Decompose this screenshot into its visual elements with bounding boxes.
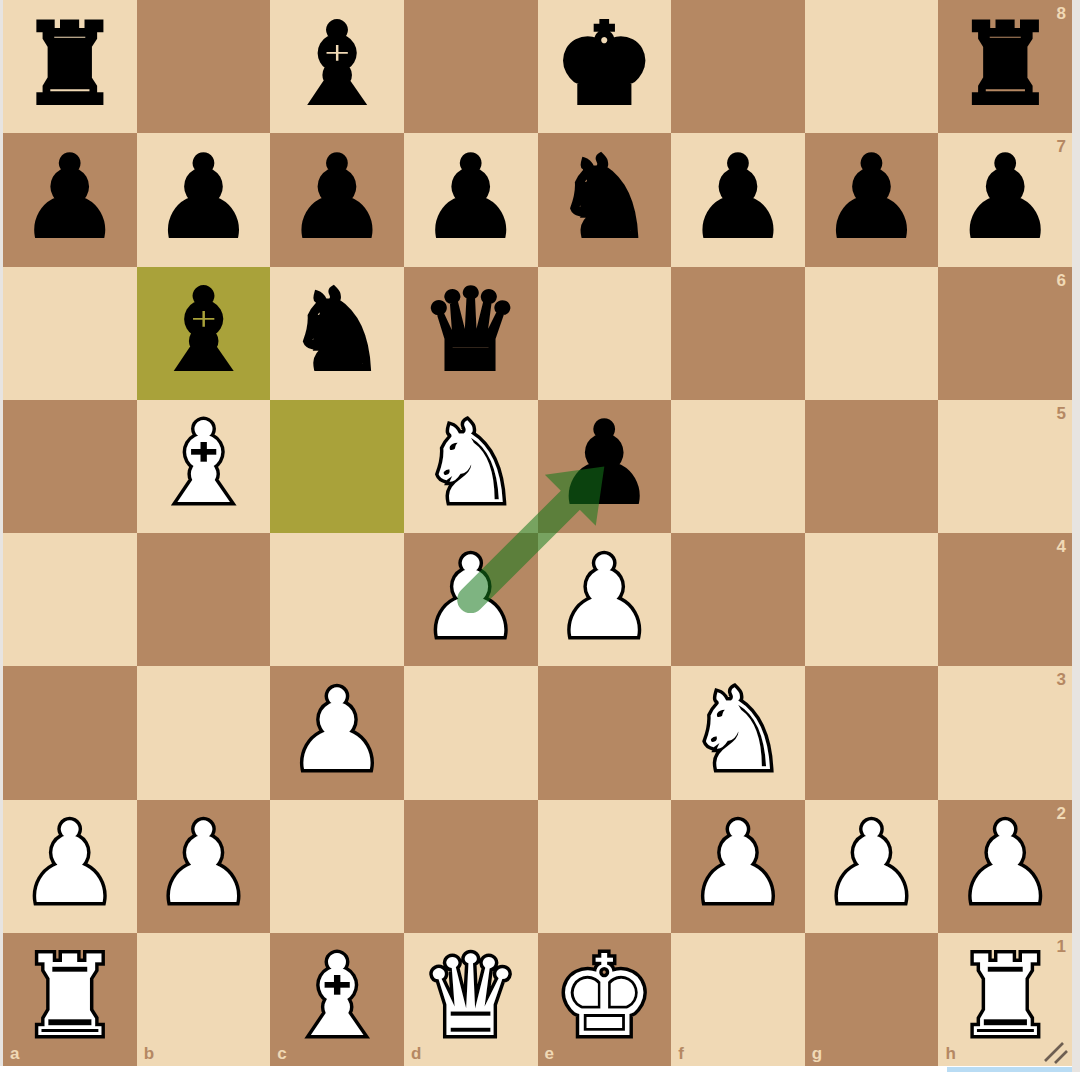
square-a7[interactable]: ♟♟ (3, 133, 137, 266)
piece-black-pawn[interactable]: ♟♟ (404, 133, 538, 266)
piece-white-pawn[interactable]: ♟♟ (538, 533, 672, 666)
square-e2[interactable] (538, 800, 672, 933)
bottom-gutter (0, 1066, 1072, 1072)
square-b5[interactable]: ♝♝ (137, 400, 271, 533)
square-c3[interactable]: ♟♟ (270, 666, 404, 799)
piece-black-pawn[interactable]: ♟♟ (137, 133, 271, 266)
resize-handle[interactable] (1040, 1036, 1070, 1066)
square-f3[interactable]: ♞♞ (671, 666, 805, 799)
rank-label-4: 4 (1057, 537, 1066, 557)
square-a6[interactable] (3, 267, 137, 400)
square-g3[interactable] (805, 666, 939, 799)
page: ♜♜♝♝♚♚♜♜8♟♟♟♟♟♟♟♟♞♞♟♟♟♟♟♟7♝♝♞♞♛♛6♝♝♞♞♟♟5… (0, 0, 1080, 1072)
square-c6[interactable]: ♞♞ (270, 267, 404, 400)
piece-white-knight[interactable]: ♞♞ (404, 400, 538, 533)
square-h7[interactable]: ♟♟7 (938, 133, 1072, 266)
piece-white-pawn[interactable]: ♟♟ (938, 800, 1072, 933)
piece-black-king[interactable]: ♚♚ (538, 0, 672, 133)
file-label-b: b (144, 1044, 154, 1064)
piece-black-pawn[interactable]: ♟♟ (538, 400, 672, 533)
square-g8[interactable] (805, 0, 939, 133)
square-c5[interactable] (270, 400, 404, 533)
rank-label-8: 8 (1057, 4, 1066, 24)
piece-black-bishop[interactable]: ♝♝ (137, 267, 271, 400)
square-f2[interactable]: ♟♟ (671, 800, 805, 933)
square-f4[interactable] (671, 533, 805, 666)
rank-label-7: 7 (1057, 137, 1066, 157)
square-e3[interactable] (538, 666, 672, 799)
piece-white-pawn[interactable]: ♟♟ (671, 800, 805, 933)
square-g2[interactable]: ♟♟ (805, 800, 939, 933)
square-h4[interactable]: 4 (938, 533, 1072, 666)
square-g5[interactable] (805, 400, 939, 533)
piece-black-queen[interactable]: ♛♛ (404, 267, 538, 400)
piece-black-pawn[interactable]: ♟♟ (805, 133, 939, 266)
square-c4[interactable] (270, 533, 404, 666)
piece-black-rook[interactable]: ♜♜ (938, 0, 1072, 133)
right-gutter (1072, 0, 1080, 1072)
square-a2[interactable]: ♟♟ (3, 800, 137, 933)
square-d5[interactable]: ♞♞ (404, 400, 538, 533)
piece-black-knight[interactable]: ♞♞ (538, 133, 672, 266)
square-h6[interactable]: 6 (938, 267, 1072, 400)
rank-label-2: 2 (1057, 804, 1066, 824)
square-b2[interactable]: ♟♟ (137, 800, 271, 933)
piece-white-king[interactable]: ♚♚ (538, 933, 672, 1066)
square-h3[interactable]: 3 (938, 666, 1072, 799)
piece-white-bishop[interactable]: ♝♝ (137, 400, 271, 533)
square-g1[interactable]: g (805, 933, 939, 1066)
rank-label-1: 1 (1057, 937, 1066, 957)
square-f1[interactable]: f (671, 933, 805, 1066)
rank-label-3: 3 (1057, 670, 1066, 690)
piece-white-queen[interactable]: ♛♛ (404, 933, 538, 1066)
square-e7[interactable]: ♞♞ (538, 133, 672, 266)
square-e6[interactable] (538, 267, 672, 400)
piece-black-pawn[interactable]: ♟♟ (938, 133, 1072, 266)
square-h8[interactable]: ♜♜8 (938, 0, 1072, 133)
file-label-a: a (10, 1044, 19, 1064)
square-a1[interactable]: ♜♜a (3, 933, 137, 1066)
piece-white-pawn[interactable]: ♟♟ (3, 800, 137, 933)
square-b3[interactable] (137, 666, 271, 799)
square-c1[interactable]: ♝♝c (270, 933, 404, 1066)
piece-white-pawn[interactable]: ♟♟ (137, 800, 271, 933)
square-d8[interactable] (404, 0, 538, 133)
square-d3[interactable] (404, 666, 538, 799)
square-f6[interactable] (671, 267, 805, 400)
square-h5[interactable]: 5 (938, 400, 1072, 533)
bottom-blue-strip (947, 1067, 1072, 1072)
resize-handle-icon (1040, 1036, 1070, 1066)
rank-label-6: 6 (1057, 271, 1066, 291)
piece-black-bishop[interactable]: ♝♝ (270, 0, 404, 133)
piece-black-rook[interactable]: ♜♜ (3, 0, 137, 133)
piece-white-pawn[interactable]: ♟♟ (404, 533, 538, 666)
file-label-g: g (812, 1044, 822, 1064)
piece-white-rook[interactable]: ♜♜ (3, 933, 137, 1066)
square-c8[interactable]: ♝♝ (270, 0, 404, 133)
piece-white-pawn[interactable]: ♟♟ (270, 666, 404, 799)
square-e1[interactable]: ♚♚e (538, 933, 672, 1066)
square-a4[interactable] (3, 533, 137, 666)
file-label-h: h (945, 1044, 955, 1064)
square-a3[interactable] (3, 666, 137, 799)
square-c2[interactable] (270, 800, 404, 933)
square-g4[interactable] (805, 533, 939, 666)
square-g6[interactable] (805, 267, 939, 400)
piece-white-pawn[interactable]: ♟♟ (805, 800, 939, 933)
square-b7[interactable]: ♟♟ (137, 133, 271, 266)
square-f8[interactable] (671, 0, 805, 133)
square-d6[interactable]: ♛♛ (404, 267, 538, 400)
rank-label-5: 5 (1057, 404, 1066, 424)
square-d7[interactable]: ♟♟ (404, 133, 538, 266)
piece-black-pawn[interactable]: ♟♟ (671, 133, 805, 266)
square-b8[interactable] (137, 0, 271, 133)
square-b6[interactable]: ♝♝ (137, 267, 271, 400)
square-g7[interactable]: ♟♟ (805, 133, 939, 266)
square-c7[interactable]: ♟♟ (270, 133, 404, 266)
square-b4[interactable] (137, 533, 271, 666)
chess-board: ♜♜♝♝♚♚♜♜8♟♟♟♟♟♟♟♟♞♞♟♟♟♟♟♟7♝♝♞♞♛♛6♝♝♞♞♟♟5… (3, 0, 1072, 1066)
file-label-d: d (411, 1044, 421, 1064)
square-d2[interactable] (404, 800, 538, 933)
file-label-f: f (678, 1044, 684, 1064)
piece-black-pawn[interactable]: ♟♟ (270, 133, 404, 266)
piece-white-bishop[interactable]: ♝♝ (270, 933, 404, 1066)
piece-black-pawn[interactable]: ♟♟ (3, 133, 137, 266)
square-f5[interactable] (671, 400, 805, 533)
file-label-e: e (545, 1044, 554, 1064)
square-e5[interactable]: ♟♟ (538, 400, 672, 533)
square-f7[interactable]: ♟♟ (671, 133, 805, 266)
square-a5[interactable] (3, 400, 137, 533)
square-d4[interactable]: ♟♟ (404, 533, 538, 666)
square-e8[interactable]: ♚♚ (538, 0, 672, 133)
square-e4[interactable]: ♟♟ (538, 533, 672, 666)
file-label-c: c (277, 1044, 286, 1064)
square-b1[interactable]: b (137, 933, 271, 1066)
square-a8[interactable]: ♜♜ (3, 0, 137, 133)
square-h2[interactable]: ♟♟2 (938, 800, 1072, 933)
piece-black-knight[interactable]: ♞♞ (270, 267, 404, 400)
piece-white-knight[interactable]: ♞♞ (671, 666, 805, 799)
square-d1[interactable]: ♛♛d (404, 933, 538, 1066)
